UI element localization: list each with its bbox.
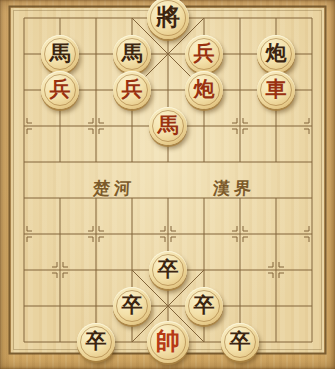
piece-black-cannon[interactable]: 炮 [257,35,295,73]
piece-glyph: 兵 [122,75,143,103]
piece-red-soldier-c[interactable]: 兵 [113,71,151,109]
piece-glyph: 炮 [266,39,287,67]
piece-black-soldier-e[interactable]: 卒 [221,323,259,361]
piece-glyph: 卒 [86,327,107,355]
piece-glyph: 馬 [158,111,179,139]
piece-glyph: 卒 [122,291,143,319]
piece-glyph: 馬 [122,39,143,67]
piece-red-cannon[interactable]: 炮 [185,71,223,109]
piece-glyph: 車 [266,75,287,103]
piece-black-soldier-c[interactable]: 卒 [185,287,223,325]
river-label-han-jie: 漢界 [211,178,256,198]
xiangqi-board: 楚河 漢界 將馬馬兵炮兵兵炮車馬卒卒卒卒帥卒 [0,0,335,369]
piece-red-soldier-a[interactable]: 兵 [185,35,223,73]
piece-glyph: 兵 [50,75,71,103]
piece-glyph: 將 [156,1,180,33]
piece-red-horse[interactable]: 馬 [149,107,187,145]
piece-black-horse-b[interactable]: 馬 [113,35,151,73]
piece-glyph: 卒 [194,291,215,319]
piece-glyph: 卒 [230,327,251,355]
piece-black-soldier-a[interactable]: 卒 [149,251,187,289]
piece-glyph: 帥 [156,325,180,357]
piece-red-soldier-b[interactable]: 兵 [41,71,79,109]
piece-black-horse-a[interactable]: 馬 [41,35,79,73]
piece-glyph: 卒 [158,255,179,283]
piece-red-chariot[interactable]: 車 [257,71,295,109]
piece-black-soldier-d[interactable]: 卒 [77,323,115,361]
piece-glyph: 炮 [194,75,215,103]
piece-glyph: 兵 [194,39,215,67]
piece-red-general[interactable]: 帥 [147,321,189,363]
river-label-chu-he: 楚河 [91,178,136,198]
piece-glyph: 馬 [50,39,71,67]
piece-black-soldier-b[interactable]: 卒 [113,287,151,325]
